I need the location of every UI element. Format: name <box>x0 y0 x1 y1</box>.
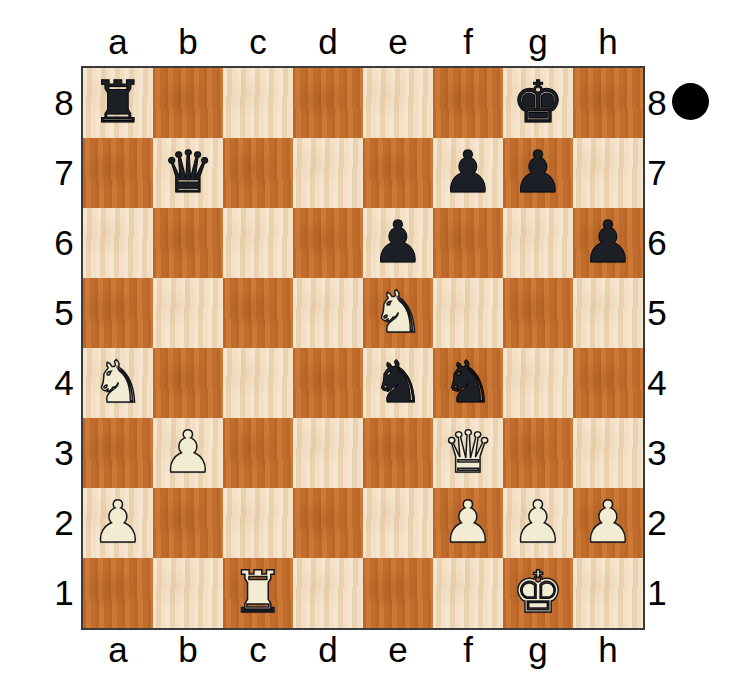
piece-black-knight[interactable]: ♞ <box>433 348 503 418</box>
square-c3[interactable] <box>223 418 293 488</box>
file-label-top-d: d <box>293 25 363 59</box>
rank-label-left-7: 7 <box>46 138 82 208</box>
rank-label-left-5: 5 <box>46 278 82 348</box>
rank-label-left-1: 1 <box>46 558 82 628</box>
rank-label-left-6: 6 <box>46 208 82 278</box>
square-d7[interactable] <box>293 138 363 208</box>
square-c7[interactable] <box>223 138 293 208</box>
square-b5[interactable] <box>153 278 223 348</box>
piece-white-king[interactable]: ♚ <box>503 558 573 628</box>
piece-white-pawn[interactable]: ♟ <box>153 418 223 488</box>
square-h5[interactable] <box>573 278 643 348</box>
square-d2[interactable] <box>293 488 363 558</box>
file-label-top-g: g <box>503 25 573 59</box>
piece-white-rook[interactable]: ♜ <box>223 558 293 628</box>
square-d1[interactable] <box>293 558 363 628</box>
piece-white-knight[interactable]: ♞ <box>363 278 433 348</box>
rank-label-right-7: 7 <box>643 138 671 208</box>
square-f3[interactable]: ♛ <box>433 418 503 488</box>
square-h1[interactable] <box>573 558 643 628</box>
piece-black-pawn[interactable]: ♟ <box>363 208 433 278</box>
rank-labels-left: 87654321 <box>46 68 82 628</box>
rank-label-right-3: 3 <box>643 418 671 488</box>
square-h7[interactable] <box>573 138 643 208</box>
square-f1[interactable] <box>433 558 503 628</box>
rank-label-right-4: 4 <box>643 348 671 418</box>
rank-label-left-2: 2 <box>46 488 82 558</box>
piece-white-pawn[interactable]: ♟ <box>573 488 643 558</box>
file-label-bottom-g: g <box>503 633 573 667</box>
square-f6[interactable] <box>433 208 503 278</box>
file-label-top-h: h <box>573 25 643 59</box>
square-a8[interactable]: ♜ <box>83 68 153 138</box>
rank-label-right-8: 8 <box>643 68 671 138</box>
square-g3[interactable] <box>503 418 573 488</box>
square-g5[interactable] <box>503 278 573 348</box>
piece-white-queen[interactable]: ♛ <box>433 418 503 488</box>
square-d4[interactable] <box>293 348 363 418</box>
square-e8[interactable] <box>363 68 433 138</box>
square-b7[interactable]: ♛ <box>153 138 223 208</box>
square-b4[interactable] <box>153 348 223 418</box>
rank-label-right-5: 5 <box>643 278 671 348</box>
piece-white-pawn[interactable]: ♟ <box>503 488 573 558</box>
square-a5[interactable] <box>83 278 153 348</box>
square-h2[interactable]: ♟ <box>573 488 643 558</box>
file-label-bottom-a: a <box>83 633 153 667</box>
square-f8[interactable] <box>433 68 503 138</box>
piece-white-pawn[interactable]: ♟ <box>83 488 153 558</box>
square-d6[interactable] <box>293 208 363 278</box>
square-f4[interactable]: ♞ <box>433 348 503 418</box>
square-c5[interactable] <box>223 278 293 348</box>
piece-black-knight[interactable]: ♞ <box>363 348 433 418</box>
rank-label-left-4: 4 <box>46 348 82 418</box>
square-g1[interactable]: ♚ <box>503 558 573 628</box>
square-a4[interactable]: ♞ <box>83 348 153 418</box>
file-label-top-b: b <box>153 25 223 59</box>
square-b3[interactable]: ♟ <box>153 418 223 488</box>
file-label-top-a: a <box>83 25 153 59</box>
square-b1[interactable] <box>153 558 223 628</box>
piece-black-pawn[interactable]: ♟ <box>573 208 643 278</box>
square-d8[interactable] <box>293 68 363 138</box>
file-label-top-c: c <box>223 25 293 59</box>
piece-black-rook[interactable]: ♜ <box>83 68 153 138</box>
chess-board: ♜♚♛♟♟♟♟♞♞♞♞♟♛♟♟♟♟♜♚ <box>81 66 645 630</box>
square-c1[interactable]: ♜ <box>223 558 293 628</box>
piece-black-king[interactable]: ♚ <box>503 68 573 138</box>
square-b2[interactable] <box>153 488 223 558</box>
square-h8[interactable] <box>573 68 643 138</box>
square-c4[interactable] <box>223 348 293 418</box>
file-label-bottom-c: c <box>223 633 293 667</box>
square-e2[interactable] <box>363 488 433 558</box>
square-c6[interactable] <box>223 208 293 278</box>
file-label-bottom-h: h <box>573 633 643 667</box>
file-labels-bottom: abcdefgh <box>83 633 643 667</box>
rank-label-left-3: 3 <box>46 418 82 488</box>
square-e4[interactable]: ♞ <box>363 348 433 418</box>
rank-labels-right: 87654321 <box>643 68 671 628</box>
file-labels-top: abcdefgh <box>83 25 643 59</box>
piece-black-queen[interactable]: ♛ <box>153 138 223 208</box>
file-label-bottom-b: b <box>153 633 223 667</box>
square-c2[interactable] <box>223 488 293 558</box>
square-f2[interactable]: ♟ <box>433 488 503 558</box>
piece-white-pawn[interactable]: ♟ <box>433 488 503 558</box>
file-label-bottom-f: f <box>433 633 503 667</box>
square-h4[interactable] <box>573 348 643 418</box>
square-e3[interactable] <box>363 418 433 488</box>
piece-white-knight[interactable]: ♞ <box>83 348 153 418</box>
square-f5[interactable] <box>433 278 503 348</box>
square-a7[interactable] <box>83 138 153 208</box>
square-g2[interactable]: ♟ <box>503 488 573 558</box>
file-label-top-e: e <box>363 25 433 59</box>
rank-label-right-2: 2 <box>643 488 671 558</box>
square-b8[interactable] <box>153 68 223 138</box>
square-g6[interactable] <box>503 208 573 278</box>
piece-black-pawn[interactable]: ♟ <box>433 138 503 208</box>
square-e5[interactable]: ♞ <box>363 278 433 348</box>
square-e1[interactable] <box>363 558 433 628</box>
square-g7[interactable]: ♟ <box>503 138 573 208</box>
square-a6[interactable] <box>83 208 153 278</box>
square-g4[interactable] <box>503 348 573 418</box>
square-b6[interactable] <box>153 208 223 278</box>
square-e6[interactable]: ♟ <box>363 208 433 278</box>
square-f7[interactable]: ♟ <box>433 138 503 208</box>
square-a3[interactable] <box>83 418 153 488</box>
square-h3[interactable] <box>573 418 643 488</box>
square-a2[interactable]: ♟ <box>83 488 153 558</box>
rank-label-right-6: 6 <box>643 208 671 278</box>
file-label-top-f: f <box>433 25 503 59</box>
piece-black-pawn[interactable]: ♟ <box>503 138 573 208</box>
file-label-bottom-e: e <box>363 633 433 667</box>
square-h6[interactable]: ♟ <box>573 208 643 278</box>
square-g8[interactable]: ♚ <box>503 68 573 138</box>
square-a1[interactable] <box>83 558 153 628</box>
square-e7[interactable] <box>363 138 433 208</box>
file-label-bottom-d: d <box>293 633 363 667</box>
rank-label-left-8: 8 <box>46 68 82 138</box>
square-c8[interactable] <box>223 68 293 138</box>
rank-label-right-1: 1 <box>643 558 671 628</box>
square-d3[interactable] <box>293 418 363 488</box>
square-d5[interactable] <box>293 278 363 348</box>
black-to-move-indicator <box>672 83 709 120</box>
